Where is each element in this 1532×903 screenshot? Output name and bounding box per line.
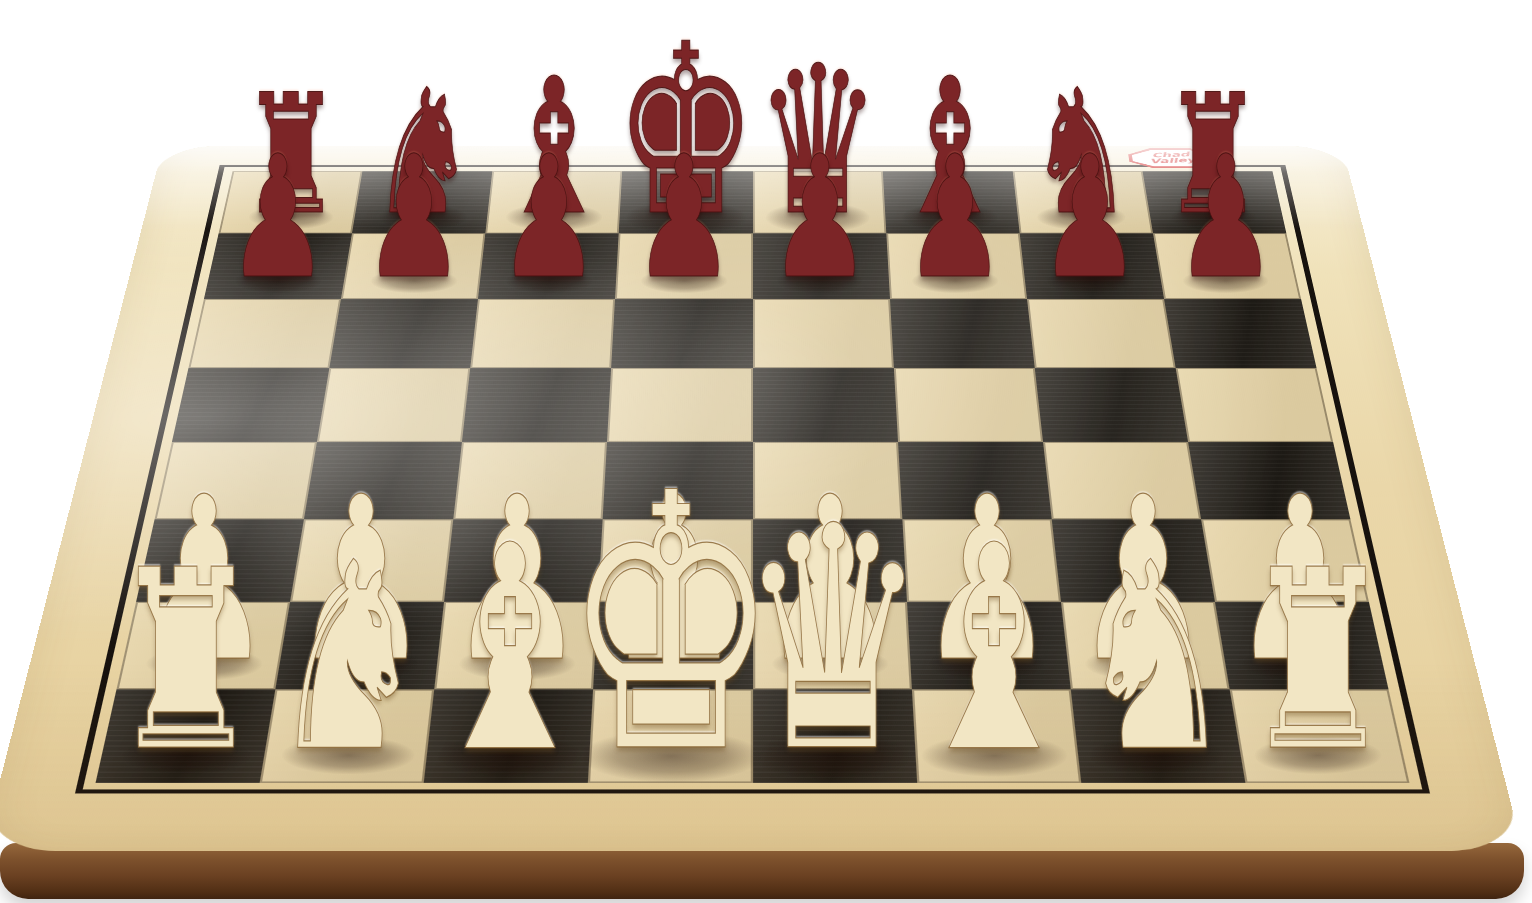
piece-dark-pawn-b7[interactable]: ♟: [362, 134, 465, 303]
piece-white-rook-a1[interactable]: ♜: [111, 539, 262, 787]
piece-white-knight-g1[interactable]: ♞: [1077, 530, 1235, 789]
piece-dark-pawn-a7[interactable]: ♟: [227, 134, 330, 303]
piece-white-rook-h1[interactable]: ♜: [1242, 539, 1393, 787]
piece-dark-pawn-f7[interactable]: ♟: [903, 134, 1006, 303]
pieces-layer: ♜♞♝♚♛♝♞♜♟♟♟♟♟♟♟♟♟♟♟♟♟♟♟♟♜♞♝♚♛♝♞♜: [0, 0, 1532, 903]
piece-white-bishop-f1[interactable]: ♝: [908, 509, 1080, 792]
product-photo-scene: Chad Valley ♜♞♝♚♛♝♞♜♟♟♟♟♟♟♟♟♟♟♟♟♟♟♟♟♜♞♝♚…: [0, 0, 1532, 903]
piece-dark-pawn-d7[interactable]: ♟: [633, 134, 736, 303]
piece-white-queen-e1[interactable]: ♛: [739, 487, 927, 796]
piece-dark-pawn-h7[interactable]: ♟: [1174, 134, 1277, 303]
piece-dark-pawn-c7[interactable]: ♟: [498, 134, 601, 303]
piece-dark-pawn-e7[interactable]: ♟: [768, 134, 871, 303]
piece-white-knight-b1[interactable]: ♞: [269, 530, 427, 789]
piece-dark-pawn-g7[interactable]: ♟: [1039, 134, 1142, 303]
